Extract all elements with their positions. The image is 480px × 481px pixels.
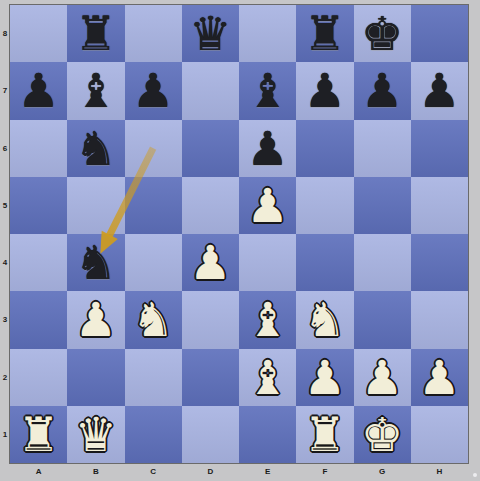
square-c5[interactable]	[125, 177, 182, 234]
rank-label-7: 7	[0, 62, 10, 119]
file-label-d: D	[182, 464, 239, 478]
square-h3[interactable]	[411, 291, 468, 348]
white-pawn[interactable]: ♟	[247, 182, 289, 229]
square-d4[interactable]: ♟	[182, 234, 239, 291]
black-pawn[interactable]: ♟	[18, 67, 60, 114]
file-labels: ABCDEFGH	[10, 464, 468, 478]
square-e8[interactable]	[239, 5, 296, 62]
rank-label-2: 2	[0, 349, 10, 406]
square-e6[interactable]: ♟	[239, 120, 296, 177]
square-a5[interactable]	[10, 177, 67, 234]
rank-label-8: 8	[0, 5, 10, 62]
rank-label-1: 1	[0, 406, 10, 463]
square-g5[interactable]	[354, 177, 411, 234]
square-g1[interactable]: ♚	[354, 406, 411, 463]
square-h6[interactable]	[411, 120, 468, 177]
square-e1[interactable]	[239, 406, 296, 463]
rank-label-3: 3	[0, 291, 10, 348]
black-pawn[interactable]: ♟	[132, 67, 174, 114]
black-queen[interactable]: ♛	[189, 10, 231, 57]
square-g4[interactable]	[354, 234, 411, 291]
square-c1[interactable]	[125, 406, 182, 463]
square-d1[interactable]	[182, 406, 239, 463]
square-h4[interactable]	[411, 234, 468, 291]
white-rook[interactable]: ♜	[304, 411, 346, 458]
rank-label-6: 6	[0, 120, 10, 177]
square-g3[interactable]	[354, 291, 411, 348]
square-f6[interactable]	[296, 120, 353, 177]
square-a4[interactable]	[10, 234, 67, 291]
black-pawn[interactable]: ♟	[361, 67, 403, 114]
black-rook[interactable]: ♜	[304, 10, 346, 57]
black-knight[interactable]: ♞	[75, 239, 117, 286]
square-a8[interactable]	[10, 5, 67, 62]
white-bishop[interactable]: ♝	[247, 296, 289, 343]
white-knight[interactable]: ♞	[132, 296, 174, 343]
white-king[interactable]: ♚	[361, 411, 403, 458]
square-b3[interactable]: ♟	[67, 291, 124, 348]
square-c2[interactable]	[125, 349, 182, 406]
file-label-e: E	[239, 464, 296, 478]
square-d2[interactable]	[182, 349, 239, 406]
rank-label-5: 5	[0, 177, 10, 234]
square-h2[interactable]: ♟	[411, 349, 468, 406]
square-a3[interactable]	[10, 291, 67, 348]
square-f7[interactable]: ♟	[296, 62, 353, 119]
black-pawn[interactable]: ♟	[304, 67, 346, 114]
square-c3[interactable]: ♞	[125, 291, 182, 348]
square-b7[interactable]: ♝	[67, 62, 124, 119]
square-c4[interactable]	[125, 234, 182, 291]
square-h8[interactable]	[411, 5, 468, 62]
black-pawn[interactable]: ♟	[247, 125, 289, 172]
file-label-h: H	[411, 464, 468, 478]
square-e5[interactable]: ♟	[239, 177, 296, 234]
square-g2[interactable]: ♟	[354, 349, 411, 406]
square-b4[interactable]: ♞	[67, 234, 124, 291]
square-d6[interactable]	[182, 120, 239, 177]
square-b1[interactable]: ♛	[67, 406, 124, 463]
square-e3[interactable]: ♝	[239, 291, 296, 348]
square-f2[interactable]: ♟	[296, 349, 353, 406]
square-b8[interactable]: ♜	[67, 5, 124, 62]
file-label-a: A	[10, 464, 67, 478]
square-c7[interactable]: ♟	[125, 62, 182, 119]
white-pawn[interactable]: ♟	[304, 354, 346, 401]
square-c6[interactable]	[125, 120, 182, 177]
square-f5[interactable]	[296, 177, 353, 234]
black-rook[interactable]: ♜	[75, 10, 117, 57]
white-pawn[interactable]: ♟	[189, 239, 231, 286]
square-a2[interactable]	[10, 349, 67, 406]
square-a6[interactable]	[10, 120, 67, 177]
square-h5[interactable]	[411, 177, 468, 234]
square-a1[interactable]: ♜	[10, 406, 67, 463]
white-knight[interactable]: ♞	[304, 296, 346, 343]
white-pawn[interactable]: ♟	[418, 354, 460, 401]
file-label-b: B	[67, 464, 124, 478]
white-rook[interactable]: ♜	[18, 411, 60, 458]
file-label-c: C	[125, 464, 182, 478]
square-f3[interactable]: ♞	[296, 291, 353, 348]
square-g7[interactable]: ♟	[354, 62, 411, 119]
square-f8[interactable]: ♜	[296, 5, 353, 62]
square-e7[interactable]: ♝	[239, 62, 296, 119]
black-bishop[interactable]: ♝	[75, 67, 117, 114]
square-c8[interactable]	[125, 5, 182, 62]
corner-dot	[473, 473, 477, 477]
square-e2[interactable]: ♝	[239, 349, 296, 406]
black-bishop[interactable]: ♝	[247, 67, 289, 114]
square-d3[interactable]	[182, 291, 239, 348]
rank-labels: 87654321	[0, 5, 10, 463]
chess-diagram-panel: 87654321 ♜♛♜♚♟♝♟♝♟♟♟♞♟♟♞♟♟♞♝♞♝♟♟♟♜♛♜♚ AB…	[0, 0, 480, 481]
file-label-g: G	[354, 464, 411, 478]
square-f4[interactable]	[296, 234, 353, 291]
square-g8[interactable]: ♚	[354, 5, 411, 62]
square-a7[interactable]: ♟	[10, 62, 67, 119]
white-bishop[interactable]: ♝	[247, 354, 289, 401]
square-d5[interactable]	[182, 177, 239, 234]
rank-label-4: 4	[0, 234, 10, 291]
square-d7[interactable]	[182, 62, 239, 119]
square-h7[interactable]: ♟	[411, 62, 468, 119]
square-g6[interactable]	[354, 120, 411, 177]
white-pawn[interactable]: ♟	[361, 354, 403, 401]
square-h1[interactable]	[411, 406, 468, 463]
black-knight[interactable]: ♞	[75, 125, 117, 172]
square-d8[interactable]: ♛	[182, 5, 239, 62]
square-e4[interactable]	[239, 234, 296, 291]
white-pawn[interactable]: ♟	[75, 296, 117, 343]
square-f1[interactable]: ♜	[296, 406, 353, 463]
black-king[interactable]: ♚	[361, 10, 403, 57]
file-label-f: F	[296, 464, 353, 478]
black-pawn[interactable]: ♟	[418, 67, 460, 114]
white-queen[interactable]: ♛	[75, 411, 117, 458]
square-b5[interactable]	[67, 177, 124, 234]
square-b6[interactable]: ♞	[67, 120, 124, 177]
square-b2[interactable]	[67, 349, 124, 406]
board: ♜♛♜♚♟♝♟♝♟♟♟♞♟♟♞♟♟♞♝♞♝♟♟♟♜♛♜♚	[10, 5, 468, 463]
